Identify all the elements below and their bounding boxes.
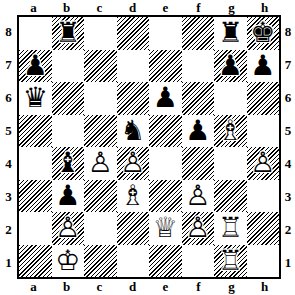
square-h3[interactable] <box>247 180 280 213</box>
rank-label-6-left: 6 <box>0 81 17 114</box>
square-g6[interactable] <box>214 82 247 115</box>
square-f6[interactable] <box>182 82 215 115</box>
piece-halo: ♜ <box>214 17 247 50</box>
file-label-e-top: e <box>149 0 182 15</box>
rank-label-8-left: 8 <box>0 15 17 48</box>
rank-label-5-right: 5 <box>281 114 295 147</box>
file-label-a-bottom: a <box>17 279 50 295</box>
piece-halo: ♟ <box>84 147 117 180</box>
rank-label-1-left: 1 <box>0 246 17 279</box>
square-c1[interactable] <box>84 245 117 278</box>
square-g8[interactable]: ♜♜ <box>214 17 247 50</box>
file-label-h-bottom: h <box>248 279 281 295</box>
piece-halo: ♟ <box>52 180 85 213</box>
piece-white-pawn: ♙ <box>182 212 215 245</box>
square-f3[interactable]: ♟♙ <box>182 180 215 213</box>
piece-halo: ♚ <box>247 17 280 50</box>
rank-label-4-left: 4 <box>0 147 17 180</box>
square-g7[interactable]: ♟♟ <box>214 50 247 83</box>
rank-label-4-right: 4 <box>281 147 295 180</box>
piece-halo: ♟ <box>52 212 85 245</box>
square-c5[interactable] <box>84 115 117 148</box>
piece-white-pawn: ♙ <box>117 147 150 180</box>
square-f2[interactable]: ♟♙ <box>182 212 215 245</box>
rank-label-7-left: 7 <box>0 48 17 81</box>
square-h1[interactable] <box>247 245 280 278</box>
square-g5[interactable]: ♝♗ <box>214 115 247 148</box>
file-label-h-top: h <box>248 0 281 15</box>
square-e7[interactable] <box>149 50 182 83</box>
piece-black-bishop: ♝ <box>52 147 85 180</box>
square-d7[interactable] <box>117 50 150 83</box>
piece-black-queen: ♛ <box>19 82 52 115</box>
square-h8[interactable]: ♚♚ <box>247 17 280 50</box>
chess-diagram-page: a b c d e f g h 8 7 6 5 4 3 2 1 ♜♜♜♜♚♚♟♟… <box>0 0 295 295</box>
square-f8[interactable] <box>182 17 215 50</box>
square-g3[interactable] <box>214 180 247 213</box>
piece-white-pawn: ♙ <box>182 180 215 213</box>
piece-black-king: ♚ <box>247 17 280 50</box>
square-a4[interactable] <box>19 147 52 180</box>
square-a5[interactable] <box>19 115 52 148</box>
piece-halo: ♜ <box>52 17 85 50</box>
file-label-f-top: f <box>182 0 215 15</box>
piece-halo: ♛ <box>19 82 52 115</box>
file-label-b-top: b <box>50 0 83 15</box>
square-f5[interactable]: ♟♟ <box>182 115 215 148</box>
piece-white-bishop: ♗ <box>117 180 150 213</box>
square-e1[interactable] <box>149 245 182 278</box>
square-c4[interactable]: ♟♙ <box>84 147 117 180</box>
rank-label-2-left: 2 <box>0 213 17 246</box>
file-labels-top: a b c d e f g h <box>17 0 281 15</box>
piece-black-pawn: ♟ <box>247 50 280 83</box>
piece-halo: ♟ <box>19 50 52 83</box>
file-label-f-bottom: f <box>182 279 215 295</box>
piece-halo: ♟ <box>214 50 247 83</box>
square-g2[interactable]: ♜♖ <box>214 212 247 245</box>
file-label-c-top: c <box>83 0 116 15</box>
square-c6[interactable] <box>84 82 117 115</box>
piece-black-pawn: ♟ <box>19 50 52 83</box>
piece-black-rook: ♜ <box>214 17 247 50</box>
piece-halo: ♛ <box>149 212 182 245</box>
square-c3[interactable] <box>84 180 117 213</box>
square-h2[interactable] <box>247 212 280 245</box>
piece-white-pawn: ♙ <box>52 212 85 245</box>
piece-white-pawn: ♙ <box>247 147 280 180</box>
square-d5[interactable]: ♞♞ <box>117 115 150 148</box>
piece-halo: ♟ <box>182 115 215 148</box>
square-f1[interactable] <box>182 245 215 278</box>
piece-halo: ♞ <box>117 115 150 148</box>
file-label-a-top: a <box>17 0 50 15</box>
square-h7[interactable]: ♟♟ <box>247 50 280 83</box>
square-c2[interactable] <box>84 212 117 245</box>
rank-label-7-right: 7 <box>281 48 295 81</box>
piece-halo: ♟ <box>117 147 150 180</box>
piece-white-bishop: ♗ <box>214 115 247 148</box>
square-d3[interactable]: ♝♗ <box>117 180 150 213</box>
piece-halo: ♟ <box>247 50 280 83</box>
rank-label-8-right: 8 <box>281 15 295 48</box>
piece-black-knight: ♞ <box>117 115 150 148</box>
square-h4[interactable]: ♟♙ <box>247 147 280 180</box>
piece-halo: ♜ <box>214 245 247 278</box>
piece-halo: ♚ <box>52 245 85 278</box>
rank-label-3-left: 3 <box>0 180 17 213</box>
piece-white-pawn: ♙ <box>84 147 117 180</box>
square-a7[interactable]: ♟♟ <box>19 50 52 83</box>
square-b8[interactable]: ♜♜ <box>52 17 85 50</box>
square-a1[interactable] <box>19 245 52 278</box>
square-b2[interactable]: ♟♙ <box>52 212 85 245</box>
piece-halo: ♝ <box>117 180 150 213</box>
square-f4[interactable] <box>182 147 215 180</box>
piece-halo: ♜ <box>214 212 247 245</box>
square-a8[interactable] <box>19 17 52 50</box>
piece-black-pawn: ♟ <box>182 115 215 148</box>
rank-labels-right: 8 7 6 5 4 3 2 1 <box>281 15 295 279</box>
piece-black-rook: ♜ <box>52 17 85 50</box>
rank-labels-left: 8 7 6 5 4 3 2 1 <box>0 15 17 279</box>
board: ♜♜♜♜♚♚♟♟♟♟♟♟♛♛♟♟♞♞♟♟♝♗♝♝♟♙♟♙♟♙♟♟♝♗♟♙♟♙♛♕… <box>17 15 281 279</box>
file-label-g-bottom: g <box>215 279 248 295</box>
piece-halo: ♟ <box>247 147 280 180</box>
piece-white-rook: ♖ <box>214 245 247 278</box>
square-d6[interactable] <box>117 82 150 115</box>
square-e4[interactable] <box>149 147 182 180</box>
square-e5[interactable] <box>149 115 182 148</box>
square-e2[interactable]: ♛♕ <box>149 212 182 245</box>
square-c8[interactable] <box>84 17 117 50</box>
rank-label-1-right: 1 <box>281 246 295 279</box>
square-d2[interactable] <box>117 212 150 245</box>
square-d8[interactable] <box>117 17 150 50</box>
square-c7[interactable] <box>84 50 117 83</box>
file-label-e-bottom: e <box>149 279 182 295</box>
square-e8[interactable] <box>149 17 182 50</box>
rank-label-6-right: 6 <box>281 81 295 114</box>
square-h5[interactable] <box>247 115 280 148</box>
square-a6[interactable]: ♛♛ <box>19 82 52 115</box>
square-b3[interactable]: ♟♟ <box>52 180 85 213</box>
square-a3[interactable] <box>19 180 52 213</box>
piece-halo: ♟ <box>182 212 215 245</box>
file-label-b-bottom: b <box>50 279 83 295</box>
file-label-d-bottom: d <box>116 279 149 295</box>
piece-halo: ♝ <box>52 147 85 180</box>
piece-halo: ♟ <box>149 82 182 115</box>
piece-white-king: ♔ <box>52 245 85 278</box>
square-f7[interactable] <box>182 50 215 83</box>
piece-white-rook: ♖ <box>214 212 247 245</box>
piece-white-queen: ♕ <box>149 212 182 245</box>
square-e6[interactable]: ♟♟ <box>149 82 182 115</box>
piece-black-pawn: ♟ <box>52 180 85 213</box>
file-label-g-top: g <box>215 0 248 15</box>
square-a2[interactable] <box>19 212 52 245</box>
square-d1[interactable] <box>117 245 150 278</box>
rank-label-3-right: 3 <box>281 180 295 213</box>
square-e3[interactable] <box>149 180 182 213</box>
rank-label-5-left: 5 <box>0 114 17 147</box>
piece-black-pawn: ♟ <box>214 50 247 83</box>
rank-label-2-right: 2 <box>281 213 295 246</box>
piece-black-pawn: ♟ <box>149 82 182 115</box>
file-label-c-bottom: c <box>83 279 116 295</box>
file-label-d-top: d <box>116 0 149 15</box>
square-h6[interactable] <box>247 82 280 115</box>
piece-halo: ♝ <box>214 115 247 148</box>
file-labels-bottom: a b c d e f g h <box>17 279 281 295</box>
square-b7[interactable] <box>52 50 85 83</box>
square-d4[interactable]: ♟♙ <box>117 147 150 180</box>
square-b1[interactable]: ♚♔ <box>52 245 85 278</box>
square-g4[interactable] <box>214 147 247 180</box>
piece-halo: ♟ <box>182 180 215 213</box>
square-b5[interactable] <box>52 115 85 148</box>
square-b6[interactable] <box>52 82 85 115</box>
square-b4[interactable]: ♝♝ <box>52 147 85 180</box>
square-g1[interactable]: ♜♖ <box>214 245 247 278</box>
